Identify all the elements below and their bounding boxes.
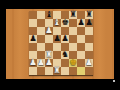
square-g1[interactable] — [77, 67, 85, 75]
square-c1[interactable] — [45, 67, 53, 75]
square-g2[interactable] — [77, 59, 85, 67]
piece-white-pawn: ♟ — [37, 58, 45, 67]
square-g5[interactable] — [77, 35, 85, 43]
square-e4[interactable] — [61, 43, 69, 51]
square-e6[interactable] — [61, 27, 69, 35]
square-d7[interactable]: ♝ — [53, 19, 61, 27]
square-f5[interactable] — [69, 35, 77, 43]
square-c4[interactable] — [45, 43, 53, 51]
square-a4[interactable] — [29, 43, 37, 51]
square-f8[interactable]: ♜ — [69, 11, 77, 19]
piece-black-knight: ♞ — [61, 50, 69, 59]
square-c7[interactable] — [45, 19, 53, 27]
square-b1[interactable] — [37, 67, 45, 75]
piece-black-pawn: ♟ — [29, 34, 37, 43]
square-c8[interactable]: ♝ — [45, 11, 53, 19]
piece-white-rook: ♜ — [53, 66, 61, 75]
square-g3[interactable] — [77, 51, 85, 59]
square-f2[interactable]: ♚ — [69, 59, 77, 67]
square-b2[interactable]: ♟ — [37, 59, 45, 67]
square-d4[interactable] — [53, 43, 61, 51]
square-c5[interactable] — [45, 35, 53, 43]
square-d8[interactable] — [53, 11, 61, 19]
piece-white-rook: ♜ — [45, 50, 53, 59]
square-e3[interactable]: ♞ — [61, 51, 69, 59]
piece-white-bishop: ♝ — [53, 18, 61, 27]
square-d6[interactable] — [53, 27, 61, 35]
square-a5[interactable]: ♟ — [29, 35, 37, 43]
piece-black-pawn: ♟ — [61, 34, 69, 43]
square-d2[interactable] — [53, 59, 61, 67]
square-a3[interactable] — [29, 51, 37, 59]
piece-white-pawn: ♟ — [85, 58, 93, 67]
square-c3[interactable]: ♜ — [45, 51, 53, 59]
square-h6[interactable] — [85, 27, 93, 35]
square-g7[interactable]: ♟ — [77, 19, 85, 27]
square-b4[interactable] — [37, 43, 45, 51]
piece-black-king: ♚ — [61, 18, 69, 27]
chess-board: ♝♜♜♝♚♟♟♟♟♟♟♜♞♟♟♟♚♟♜ — [29, 11, 93, 75]
square-d3[interactable] — [53, 51, 61, 59]
square-f6[interactable] — [69, 27, 77, 35]
square-g8[interactable] — [77, 11, 85, 19]
square-a6[interactable] — [29, 27, 37, 35]
square-e1[interactable] — [61, 67, 69, 75]
square-h2[interactable]: ♟ — [85, 59, 93, 67]
square-a1[interactable] — [29, 67, 37, 75]
square-b8[interactable] — [37, 11, 45, 19]
square-c6[interactable]: ♟ — [45, 27, 53, 35]
square-h8[interactable]: ♜ — [85, 11, 93, 19]
piece-black-pawn: ♟ — [85, 18, 93, 27]
square-e2[interactable] — [61, 59, 69, 67]
square-h7[interactable]: ♟ — [85, 19, 93, 27]
square-a2[interactable]: ♟ — [29, 59, 37, 67]
piece-white-pawn: ♟ — [29, 58, 37, 67]
square-f7[interactable] — [69, 19, 77, 27]
square-b7[interactable] — [37, 19, 45, 27]
square-h3[interactable] — [85, 51, 93, 59]
square-g4[interactable] — [77, 43, 85, 51]
piece-black-bishop: ♝ — [45, 10, 53, 19]
piece-white-king: ♚ — [69, 58, 77, 67]
square-f4[interactable] — [69, 43, 77, 51]
square-h5[interactable] — [85, 35, 93, 43]
video-frame: { "game": "chess", "position": { "fen": … — [0, 0, 120, 90]
square-c2[interactable]: ♟ — [45, 59, 53, 67]
square-h1[interactable] — [85, 67, 93, 75]
square-e8[interactable] — [61, 11, 69, 19]
square-e7[interactable]: ♚ — [61, 19, 69, 27]
square-b3[interactable] — [37, 51, 45, 59]
square-a8[interactable] — [29, 11, 37, 19]
square-h4[interactable] — [85, 43, 93, 51]
square-b5[interactable] — [37, 35, 45, 43]
square-f3[interactable] — [69, 51, 77, 59]
square-d5[interactable]: ♟ — [53, 35, 61, 43]
piece-white-pawn: ♟ — [45, 58, 53, 67]
piece-black-rook: ♜ — [69, 10, 77, 19]
square-e5[interactable]: ♟ — [61, 35, 69, 43]
square-g6[interactable] — [77, 27, 85, 35]
piece-black-rook: ♜ — [85, 10, 93, 19]
piece-black-pawn: ♟ — [53, 34, 61, 43]
piece-white-pawn: ♟ — [45, 26, 53, 35]
square-a7[interactable] — [29, 19, 37, 27]
square-f1[interactable] — [69, 67, 77, 75]
square-b6[interactable] — [37, 27, 45, 35]
video-artifact-speck — [113, 80, 115, 82]
piece-black-pawn: ♟ — [77, 18, 85, 27]
square-d1[interactable]: ♜ — [53, 67, 61, 75]
